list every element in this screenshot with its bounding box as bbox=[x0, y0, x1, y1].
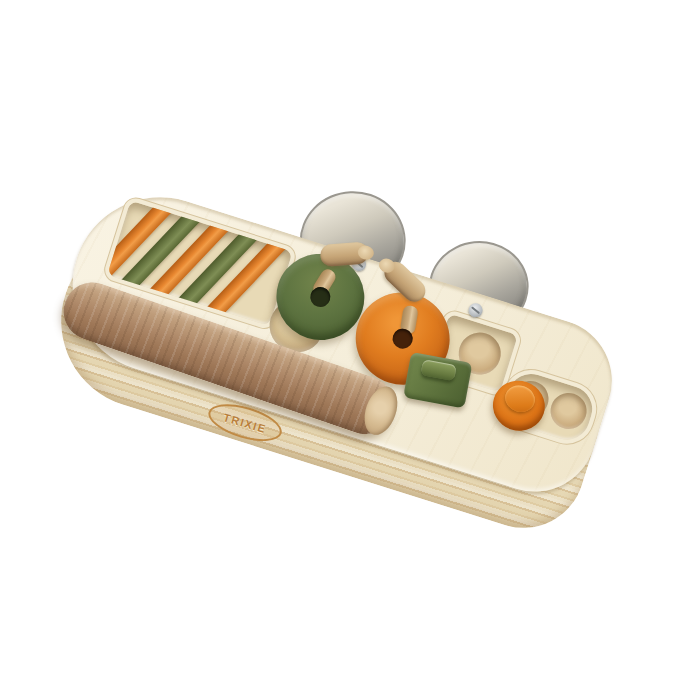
snack-board: TRIXIE bbox=[39, 175, 628, 544]
product-photo-stage: TRIXIE bbox=[0, 0, 700, 700]
knob-cap bbox=[502, 382, 538, 416]
track-food-well bbox=[546, 388, 591, 433]
screw-slot-icon bbox=[471, 306, 480, 314]
trixie-logo-text: TRIXIE bbox=[222, 411, 268, 435]
slider-handle[interactable] bbox=[420, 359, 456, 381]
